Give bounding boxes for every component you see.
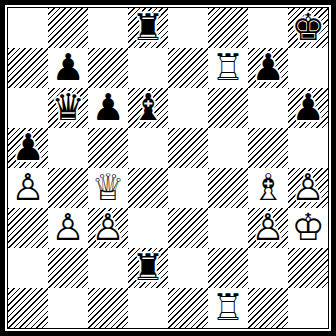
- piece-glyph: ♟: [88, 88, 128, 128]
- piece-black-pawn: ♟: [88, 88, 128, 128]
- square-d8[interactable]: ♜: [128, 8, 168, 48]
- square-b2[interactable]: [48, 248, 88, 288]
- square-a3[interactable]: [8, 208, 48, 248]
- square-a6[interactable]: [8, 88, 48, 128]
- piece-white-king: ♚♔: [288, 208, 328, 248]
- square-d7[interactable]: [128, 48, 168, 88]
- square-e1[interactable]: [168, 288, 208, 328]
- square-c6[interactable]: ♟: [88, 88, 128, 128]
- piece-white-pawn: ♟♙: [48, 208, 88, 248]
- square-e8[interactable]: [168, 8, 208, 48]
- piece-black-queen: ♛: [48, 88, 88, 128]
- square-h6[interactable]: ♟: [288, 88, 328, 128]
- square-f8[interactable]: [208, 8, 248, 48]
- piece-glyph: ♛: [48, 88, 88, 128]
- square-b3[interactable]: ♟♙: [48, 208, 88, 248]
- piece-glyph: ♚: [288, 8, 328, 48]
- piece-white-rook: ♜♖: [208, 48, 248, 88]
- piece-white-rook: ♜♖: [208, 288, 248, 328]
- square-g1[interactable]: [248, 288, 288, 328]
- piece-white-pawn: ♟♙: [248, 208, 288, 248]
- square-e4[interactable]: [168, 168, 208, 208]
- square-h5[interactable]: [288, 128, 328, 168]
- square-e6[interactable]: [168, 88, 208, 128]
- square-d6[interactable]: ♝: [128, 88, 168, 128]
- piece-glyph: ♟: [8, 128, 48, 168]
- square-d1[interactable]: [128, 288, 168, 328]
- square-a5[interactable]: ♟: [8, 128, 48, 168]
- square-h1[interactable]: [288, 288, 328, 328]
- square-c2[interactable]: [88, 248, 128, 288]
- square-a7[interactable]: [8, 48, 48, 88]
- piece-glyph: ♟: [288, 88, 328, 128]
- piece-white-pawn: ♟♙: [288, 168, 328, 208]
- square-d2[interactable]: ♜: [128, 248, 168, 288]
- board-frame: ♜♚♟♜♖♟♛♟♝♟♟♟♙♛♕♝♗♟♙♟♙♟♙♟♙♚♔♜♜♖: [0, 0, 336, 336]
- square-b4[interactable]: [48, 168, 88, 208]
- square-d5[interactable]: [128, 128, 168, 168]
- square-g3[interactable]: ♟♙: [248, 208, 288, 248]
- piece-glyph-outline: ♖: [208, 288, 248, 328]
- square-f4[interactable]: [208, 168, 248, 208]
- square-b5[interactable]: [48, 128, 88, 168]
- square-c1[interactable]: [88, 288, 128, 328]
- square-h8[interactable]: ♚: [288, 8, 328, 48]
- square-a2[interactable]: [8, 248, 48, 288]
- square-f7[interactable]: ♜♖: [208, 48, 248, 88]
- square-g2[interactable]: [248, 248, 288, 288]
- piece-white-pawn: ♟♙: [8, 168, 48, 208]
- piece-glyph: ♜: [128, 248, 168, 288]
- piece-black-rook: ♜: [128, 248, 168, 288]
- square-c5[interactable]: [88, 128, 128, 168]
- square-b1[interactable]: [48, 288, 88, 328]
- piece-black-pawn: ♟: [48, 48, 88, 88]
- square-c4[interactable]: ♛♕: [88, 168, 128, 208]
- piece-black-pawn: ♟: [288, 88, 328, 128]
- square-d3[interactable]: [128, 208, 168, 248]
- square-g5[interactable]: [248, 128, 288, 168]
- square-d4[interactable]: [128, 168, 168, 208]
- square-e3[interactable]: [168, 208, 208, 248]
- piece-glyph-outline: ♙: [48, 208, 88, 248]
- square-b6[interactable]: ♛: [48, 88, 88, 128]
- square-h7[interactable]: [288, 48, 328, 88]
- piece-glyph-outline: ♙: [288, 168, 328, 208]
- piece-white-queen: ♛♕: [88, 168, 128, 208]
- piece-black-pawn: ♟: [248, 48, 288, 88]
- square-g8[interactable]: [248, 8, 288, 48]
- piece-black-rook: ♜: [128, 8, 168, 48]
- piece-glyph: ♟: [248, 48, 288, 88]
- piece-glyph-outline: ♔: [288, 208, 328, 248]
- square-e7[interactable]: [168, 48, 208, 88]
- piece-glyph-outline: ♖: [208, 48, 248, 88]
- square-e5[interactable]: [168, 128, 208, 168]
- piece-glyph: ♟: [48, 48, 88, 88]
- piece-white-bishop: ♝♗: [248, 168, 288, 208]
- square-a1[interactable]: [8, 288, 48, 328]
- square-a4[interactable]: ♟♙: [8, 168, 48, 208]
- piece-black-pawn: ♟: [8, 128, 48, 168]
- square-f1[interactable]: ♜♖: [208, 288, 248, 328]
- square-b8[interactable]: [48, 8, 88, 48]
- piece-glyph-outline: ♙: [88, 208, 128, 248]
- square-c3[interactable]: ♟♙: [88, 208, 128, 248]
- piece-glyph: ♜: [128, 8, 168, 48]
- square-h4[interactable]: ♟♙: [288, 168, 328, 208]
- square-g4[interactable]: ♝♗: [248, 168, 288, 208]
- square-b7[interactable]: ♟: [48, 48, 88, 88]
- piece-glyph-outline: ♙: [248, 208, 288, 248]
- square-f2[interactable]: [208, 248, 248, 288]
- square-c7[interactable]: [88, 48, 128, 88]
- piece-glyph-outline: ♗: [248, 168, 288, 208]
- board: ♜♚♟♜♖♟♛♟♝♟♟♟♙♛♕♝♗♟♙♟♙♟♙♟♙♚♔♜♜♖: [7, 7, 329, 329]
- piece-glyph-outline: ♕: [88, 168, 128, 208]
- piece-black-bishop: ♝: [128, 88, 168, 128]
- piece-glyph: ♝: [128, 88, 168, 128]
- square-e2[interactable]: [168, 248, 208, 288]
- square-h3[interactable]: ♚♔: [288, 208, 328, 248]
- square-f5[interactable]: [208, 128, 248, 168]
- square-g7[interactable]: ♟: [248, 48, 288, 88]
- square-a8[interactable]: [8, 8, 48, 48]
- square-c8[interactable]: [88, 8, 128, 48]
- piece-glyph-outline: ♙: [8, 168, 48, 208]
- square-f3[interactable]: [208, 208, 248, 248]
- square-f6[interactable]: [208, 88, 248, 128]
- square-g6[interactable]: [248, 88, 288, 128]
- square-h2[interactable]: [288, 248, 328, 288]
- piece-black-king: ♚: [288, 8, 328, 48]
- piece-white-pawn: ♟♙: [88, 208, 128, 248]
